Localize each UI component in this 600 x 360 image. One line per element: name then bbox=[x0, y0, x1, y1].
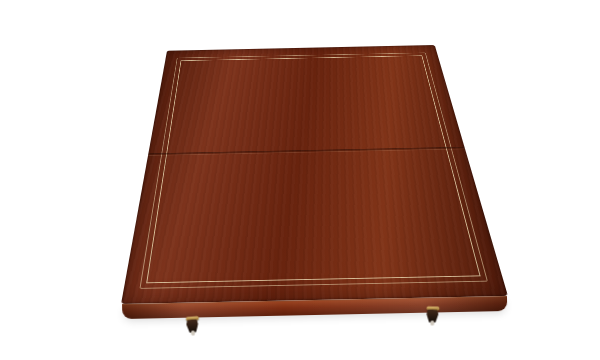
playing-field bbox=[146, 55, 480, 283]
folding-chessboard bbox=[113, 0, 509, 347]
chessboard-photo bbox=[0, 0, 600, 360]
hinge-clasp-left-icon bbox=[183, 316, 203, 339]
clasp-hole-icon bbox=[191, 330, 195, 335]
board-frame bbox=[121, 45, 508, 304]
hinge-clasp-right-icon bbox=[423, 306, 441, 328]
clasp-hole-icon bbox=[430, 321, 434, 326]
